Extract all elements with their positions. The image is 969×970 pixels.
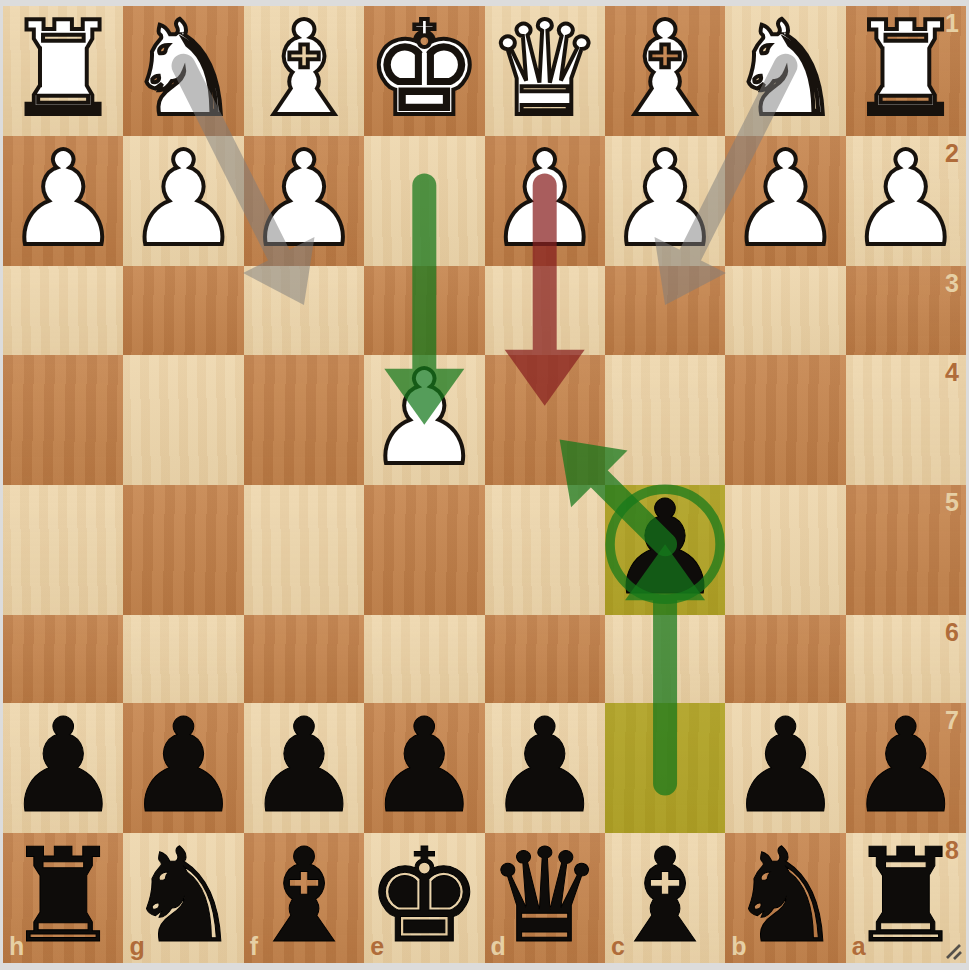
square-c4[interactable]	[605, 355, 725, 485]
square-c8[interactable]: ♝c	[605, 833, 725, 963]
square-f8[interactable]: ♝f	[244, 833, 364, 963]
file-label-d: d	[491, 934, 506, 959]
square-e2[interactable]	[364, 136, 484, 266]
square-f3[interactable]	[244, 266, 364, 355]
black-pawn[interactable]: ♟	[366, 701, 483, 831]
file-label-b: b	[731, 934, 746, 959]
square-g2[interactable]: ♟	[123, 136, 243, 266]
square-g5[interactable]	[123, 485, 243, 615]
square-g1[interactable]: ♞	[123, 6, 243, 136]
white-pawn[interactable]: ♟	[366, 353, 483, 483]
square-g8[interactable]: ♞g	[123, 833, 243, 963]
square-h1[interactable]: ♜	[3, 6, 123, 136]
square-f7[interactable]: ♟	[244, 703, 364, 833]
rank-label-7: 7	[945, 708, 959, 733]
white-pawn[interactable]: ♟	[246, 134, 363, 264]
file-label-a: a	[852, 934, 866, 959]
square-h5[interactable]	[3, 485, 123, 615]
square-g3[interactable]	[123, 266, 243, 355]
white-pawn[interactable]: ♟	[607, 134, 724, 264]
rank-label-6: 6	[945, 620, 959, 645]
square-b1[interactable]: ♞	[725, 6, 845, 136]
white-knight[interactable]: ♞	[727, 4, 844, 134]
rank-label-5: 5	[945, 490, 959, 515]
page: ♜♞♝♚♛♝♞♜1♟♟♟♟♟♟♟23♟4♟56♟♟♟♟♟♟♟7♜h♞g♝f♚e♛…	[0, 0, 969, 970]
square-c2[interactable]: ♟	[605, 136, 725, 266]
square-a7[interactable]: ♟7	[846, 703, 966, 833]
square-a2[interactable]: ♟2	[846, 136, 966, 266]
square-d5[interactable]	[485, 485, 605, 615]
square-f1[interactable]: ♝	[244, 6, 364, 136]
file-label-c: c	[611, 934, 625, 959]
square-d8[interactable]: ♛d	[485, 833, 605, 963]
white-bishop[interactable]: ♝	[607, 4, 724, 134]
square-h2[interactable]: ♟	[3, 136, 123, 266]
square-d7[interactable]: ♟	[485, 703, 605, 833]
file-label-h: h	[9, 934, 24, 959]
square-h8[interactable]: ♜h	[3, 833, 123, 963]
square-b3[interactable]	[725, 266, 845, 355]
square-c5[interactable]: ♟	[605, 485, 725, 615]
white-pawn[interactable]: ♟	[5, 134, 122, 264]
white-bishop[interactable]: ♝	[246, 4, 363, 134]
square-d3[interactable]	[485, 266, 605, 355]
square-b7[interactable]: ♟	[725, 703, 845, 833]
square-e4[interactable]: ♟	[364, 355, 484, 485]
rank-label-3: 3	[945, 271, 959, 296]
white-queen[interactable]: ♛	[486, 4, 603, 134]
square-b2[interactable]: ♟	[725, 136, 845, 266]
white-pawn[interactable]: ♟	[125, 134, 242, 264]
square-a5[interactable]: 5	[846, 485, 966, 615]
square-f2[interactable]: ♟	[244, 136, 364, 266]
square-a4[interactable]: 4	[846, 355, 966, 485]
square-b4[interactable]	[725, 355, 845, 485]
white-rook[interactable]: ♜	[5, 4, 122, 134]
black-pawn[interactable]: ♟	[486, 701, 603, 831]
rank-label-4: 4	[945, 360, 959, 385]
black-bishop[interactable]: ♝	[246, 831, 363, 961]
black-pawn[interactable]: ♟	[727, 701, 844, 831]
square-c7[interactable]	[605, 703, 725, 833]
white-pawn[interactable]: ♟	[727, 134, 844, 264]
black-pawn[interactable]: ♟	[125, 701, 242, 831]
square-a3[interactable]: 3	[846, 266, 966, 355]
square-h3[interactable]	[3, 266, 123, 355]
rank-label-1: 1	[945, 11, 959, 36]
white-king[interactable]: ♚	[366, 4, 483, 134]
square-b8[interactable]: ♞b	[725, 833, 845, 963]
square-h7[interactable]: ♟	[3, 703, 123, 833]
rank-label-8: 8	[945, 838, 959, 863]
square-e1[interactable]: ♚	[364, 6, 484, 136]
square-c6[interactable]	[605, 615, 725, 704]
white-pawn[interactable]: ♟	[486, 134, 603, 264]
rank-label-2: 2	[945, 141, 959, 166]
square-d4[interactable]	[485, 355, 605, 485]
square-b5[interactable]	[725, 485, 845, 615]
file-label-f: f	[250, 934, 258, 959]
file-label-e: e	[370, 934, 384, 959]
square-f5[interactable]	[244, 485, 364, 615]
chess-board: ♜♞♝♚♛♝♞♜1♟♟♟♟♟♟♟23♟4♟56♟♟♟♟♟♟♟7♜h♞g♝f♚e♛…	[3, 6, 966, 963]
square-g4[interactable]	[123, 355, 243, 485]
square-e8[interactable]: ♚e	[364, 833, 484, 963]
square-e5[interactable]	[364, 485, 484, 615]
square-f4[interactable]	[244, 355, 364, 485]
square-d2[interactable]: ♟	[485, 136, 605, 266]
square-d1[interactable]: ♛	[485, 6, 605, 136]
square-c1[interactable]: ♝	[605, 6, 725, 136]
square-a1[interactable]: ♜1	[846, 6, 966, 136]
file-label-g: g	[129, 934, 144, 959]
square-c3[interactable]	[605, 266, 725, 355]
black-pawn[interactable]: ♟	[5, 701, 122, 831]
square-e7[interactable]: ♟	[364, 703, 484, 833]
white-knight[interactable]: ♞	[125, 4, 242, 134]
resize-line-2	[954, 952, 961, 959]
black-pawn[interactable]: ♟	[246, 701, 363, 831]
black-pawn[interactable]: ♟	[607, 483, 724, 613]
square-g7[interactable]: ♟	[123, 703, 243, 833]
board-resize-handle[interactable]	[940, 938, 962, 960]
square-h4[interactable]	[3, 355, 123, 485]
